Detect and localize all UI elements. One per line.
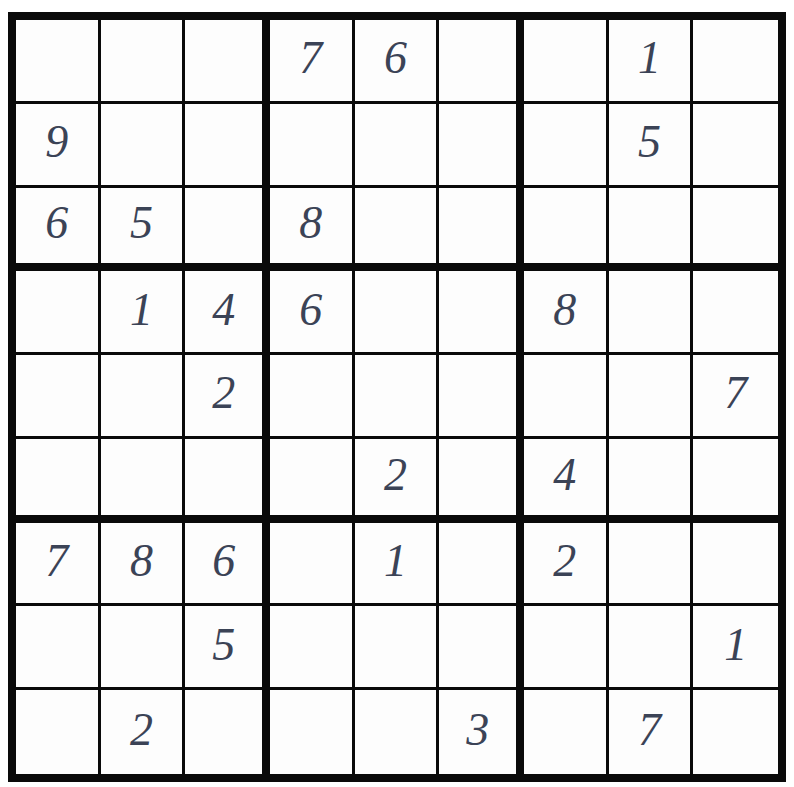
cell-r2c1[interactable]: 9 [16,104,101,188]
cell-r3c3[interactable] [185,188,270,272]
cell-r7c6[interactable] [439,523,524,607]
cell-r6c8[interactable] [609,439,694,523]
cell-r6c2[interactable] [101,439,186,523]
cell-r3c8[interactable] [609,188,694,272]
cell-r2c6[interactable] [439,104,524,188]
cell-r8c4[interactable] [270,606,355,690]
cell-r5c6[interactable] [439,355,524,439]
cell-r7c3[interactable]: 6 [185,523,270,607]
cell-r1c9[interactable] [693,20,778,104]
cell-r9c3[interactable] [185,690,270,774]
cell-r5c7[interactable] [524,355,609,439]
cell-r3c2[interactable]: 5 [101,188,186,272]
cell-r9c9[interactable] [693,690,778,774]
cell-r5c5[interactable] [355,355,440,439]
cell-r8c6[interactable] [439,606,524,690]
cell-r6c1[interactable] [16,439,101,523]
cell-r7c9[interactable] [693,523,778,607]
cell-r3c9[interactable] [693,188,778,272]
cell-r3c1[interactable]: 6 [16,188,101,272]
cell-r6c4[interactable] [270,439,355,523]
cell-r1c2[interactable] [101,20,186,104]
cell-r1c8[interactable]: 1 [609,20,694,104]
cell-r3c5[interactable] [355,188,440,272]
cell-r5c8[interactable] [609,355,694,439]
cell-r7c1[interactable]: 7 [16,523,101,607]
cell-r1c1[interactable] [16,20,101,104]
sudoku-page: 76195658146827247861251237 [0,0,794,787]
cell-r6c6[interactable] [439,439,524,523]
cell-r4c8[interactable] [609,271,694,355]
cell-r8c9[interactable]: 1 [693,606,778,690]
cell-r5c1[interactable] [16,355,101,439]
cell-r4c1[interactable] [16,271,101,355]
cell-r1c4[interactable]: 7 [270,20,355,104]
cell-r3c6[interactable] [439,188,524,272]
cell-r5c9[interactable]: 7 [693,355,778,439]
cell-r4c6[interactable] [439,271,524,355]
cell-r7c8[interactable] [609,523,694,607]
cell-r7c5[interactable]: 1 [355,523,440,607]
cell-r9c1[interactable] [16,690,101,774]
cell-r1c6[interactable] [439,20,524,104]
cell-r9c8[interactable]: 7 [609,690,694,774]
cell-r9c2[interactable]: 2 [101,690,186,774]
cell-r4c3[interactable]: 4 [185,271,270,355]
cell-r7c4[interactable] [270,523,355,607]
cell-r4c9[interactable] [693,271,778,355]
cell-r6c9[interactable] [693,439,778,523]
cell-r2c4[interactable] [270,104,355,188]
cell-r8c3[interactable]: 5 [185,606,270,690]
cell-r1c7[interactable] [524,20,609,104]
cell-r6c7[interactable]: 4 [524,439,609,523]
cell-r7c2[interactable]: 8 [101,523,186,607]
cell-r8c1[interactable] [16,606,101,690]
cell-r4c5[interactable] [355,271,440,355]
cell-r8c7[interactable] [524,606,609,690]
cell-r1c3[interactable] [185,20,270,104]
cell-r2c8[interactable]: 5 [609,104,694,188]
cell-r9c4[interactable] [270,690,355,774]
cell-r4c2[interactable]: 1 [101,271,186,355]
cell-r2c3[interactable] [185,104,270,188]
cell-r8c8[interactable] [609,606,694,690]
cell-r4c4[interactable]: 6 [270,271,355,355]
cell-r3c7[interactable] [524,188,609,272]
cell-r5c2[interactable] [101,355,186,439]
cell-r2c7[interactable] [524,104,609,188]
cell-r2c2[interactable] [101,104,186,188]
cell-r5c3[interactable]: 2 [185,355,270,439]
cell-r4c7[interactable]: 8 [524,271,609,355]
cell-r8c2[interactable] [101,606,186,690]
cell-r8c5[interactable] [355,606,440,690]
cell-r9c6[interactable]: 3 [439,690,524,774]
cell-r9c5[interactable] [355,690,440,774]
cell-r3c4[interactable]: 8 [270,188,355,272]
cell-r1c5[interactable]: 6 [355,20,440,104]
cell-r6c3[interactable] [185,439,270,523]
sudoku-board: 76195658146827247861251237 [8,12,786,782]
cell-r5c4[interactable] [270,355,355,439]
cell-r7c7[interactable]: 2 [524,523,609,607]
cell-r9c7[interactable] [524,690,609,774]
cell-r2c9[interactable] [693,104,778,188]
cell-r2c5[interactable] [355,104,440,188]
cell-r6c5[interactable]: 2 [355,439,440,523]
